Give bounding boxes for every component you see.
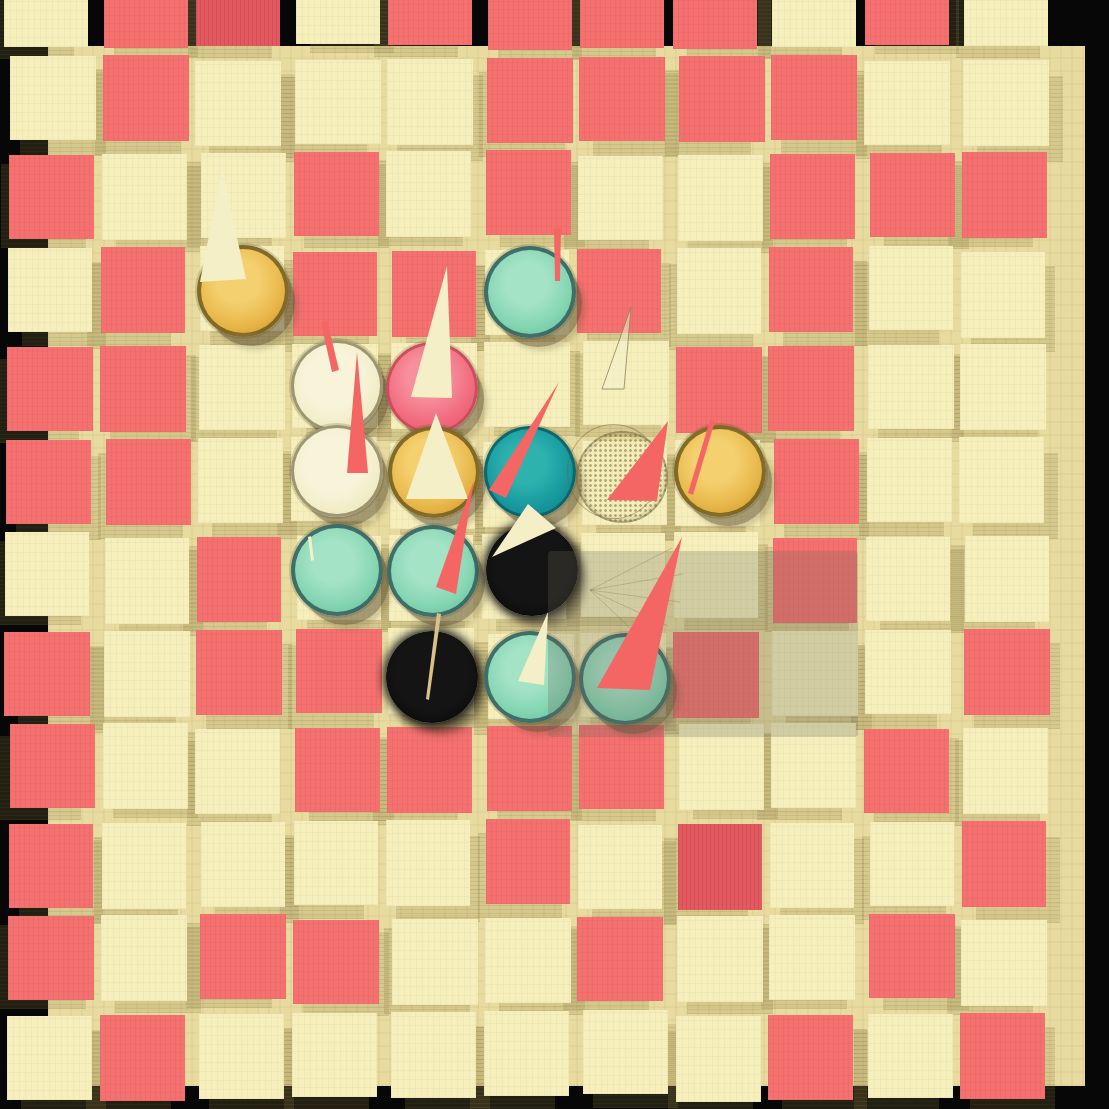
cream-dash-on-teal-disc (308, 536, 314, 561)
cream-cone-over-gold-disc-2 (406, 413, 468, 499)
red-triangle-over-ghost-disc (607, 421, 668, 501)
cone-marker-layer (0, 0, 1109, 1109)
red-needle-above-teal-disc (554, 228, 561, 281)
cream-cone-over-black-disc (492, 504, 556, 557)
cream-cone-over-red-disc (411, 266, 452, 398)
big-red-cone-over-teal-disc (597, 537, 682, 690)
red-cone-over-dark-teal-disc (489, 382, 559, 498)
cream-cone-over-teal-disc-lower (518, 612, 548, 685)
red-cone-over-cream-disc (347, 352, 368, 473)
red-needle-over-gold-disc-right (688, 420, 715, 495)
red-dash-near-cream-disc (321, 320, 339, 372)
cream-cone-over-gold-disc (200, 168, 246, 282)
board (0, 0, 1109, 1109)
tan-needle-on-black-disc (426, 613, 441, 700)
cream-outline-cone (602, 307, 631, 389)
